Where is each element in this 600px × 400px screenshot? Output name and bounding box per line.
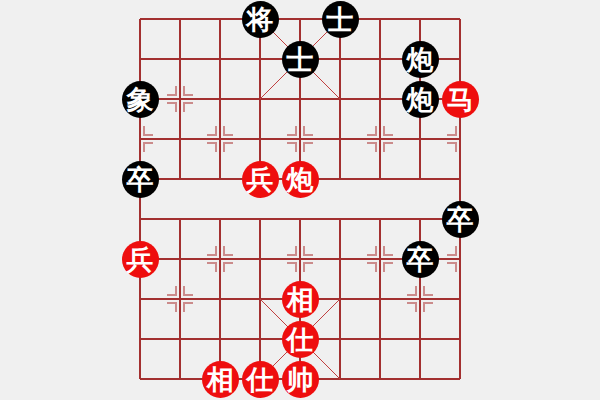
piece-red-general[interactable]: 帅	[282, 361, 319, 398]
piece-black-cannon[interactable]: 炮	[402, 81, 439, 118]
piece-black-advisor[interactable]: 士	[322, 1, 359, 38]
piece-black-cannon[interactable]: 炮	[402, 41, 439, 78]
piece-red-soldier[interactable]: 兵	[242, 161, 279, 198]
piece-black-advisor[interactable]: 士	[282, 41, 319, 78]
piece-red-cannon[interactable]: 炮	[282, 161, 319, 198]
piece-red-elephant[interactable]: 相	[282, 281, 319, 318]
piece-red-advisor[interactable]: 仕	[242, 361, 279, 398]
piece-black-soldier[interactable]: 卒	[442, 201, 479, 238]
xiangqi-app: 将士士炮象炮马卒兵炮卒兵卒相仕相仕帅	[0, 0, 600, 400]
piece-black-elephant[interactable]: 象	[122, 81, 159, 118]
piece-black-general[interactable]: 将	[242, 1, 279, 38]
piece-red-advisor[interactable]: 仕	[282, 321, 319, 358]
piece-black-soldier[interactable]: 卒	[402, 241, 439, 278]
piece-red-horse[interactable]: 马	[442, 81, 479, 118]
piece-red-soldier[interactable]: 兵	[122, 241, 159, 278]
piece-black-soldier[interactable]: 卒	[122, 161, 159, 198]
xiangqi-board[interactable]: 将士士炮象炮马卒兵炮卒兵卒相仕相仕帅	[120, 0, 480, 399]
piece-red-elephant[interactable]: 相	[202, 361, 239, 398]
